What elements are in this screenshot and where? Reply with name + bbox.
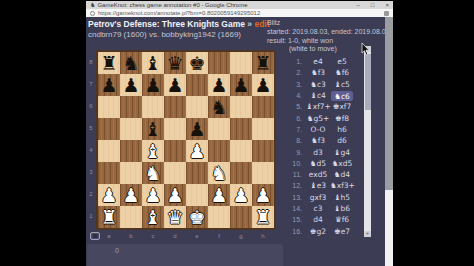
gameknot-favicon: ♞ (90, 2, 95, 8)
white-move[interactable]: d4 (306, 215, 330, 224)
piece-white-rook: ♜ (254, 206, 271, 228)
piece-black-pawn: ♟ (254, 74, 271, 96)
opening-title: Petrov's Defense: Three Knights Game » e… (88, 19, 270, 29)
black-move[interactable]: d6 (330, 136, 354, 145)
square-a4[interactable] (98, 140, 120, 162)
move-row-9: 9.d3♝g4 (284, 146, 362, 157)
square-c2[interactable]: ♟ (142, 184, 164, 206)
square-f8[interactable] (208, 52, 230, 74)
rank-label-7: 7 (87, 81, 95, 89)
square-c7[interactable]: ♟ (142, 74, 164, 96)
piece-black-bishop: ♝ (144, 52, 161, 74)
square-d1[interactable]: ♛ (164, 206, 186, 228)
black-move[interactable]: ♞c6 (330, 91, 354, 100)
black-move[interactable]: h6 (330, 125, 354, 134)
square-d8[interactable]: ♛ (164, 52, 186, 74)
square-h6[interactable] (252, 96, 274, 118)
square-g2[interactable]: ♟ (230, 184, 252, 206)
black-move[interactable]: ♝g4 (330, 148, 354, 157)
piece-black-knight: ♞ (210, 96, 227, 118)
white-move[interactable]: ♞c3 (306, 80, 330, 89)
move-number: 16. (284, 228, 306, 235)
square-b5[interactable] (120, 118, 142, 140)
black-move[interactable]: ♚xf7 (330, 102, 354, 111)
square-e4[interactable]: ♟ (186, 140, 208, 162)
square-d6[interactable] (164, 96, 186, 118)
page-scrollbar[interactable] (385, 17, 393, 266)
piece-white-queen: ♛ (166, 206, 183, 228)
move-number: 7. (284, 126, 306, 133)
square-c6[interactable] (142, 96, 164, 118)
move-number: 1. (284, 58, 306, 65)
browser-titlebar: ♞ GameKnot: chess game annotation #0 - G… (86, 1, 393, 9)
white-move[interactable]: gxf3 (306, 193, 330, 202)
square-e6[interactable] (186, 96, 208, 118)
move-row-3: 3.♞c3♝c5 (284, 79, 362, 90)
move-row-6: 6.♞g5+♚f8 (284, 112, 362, 123)
piece-white-pawn: ♟ (254, 184, 271, 206)
square-h4[interactable] (252, 140, 274, 162)
square-b1[interactable] (120, 206, 142, 228)
file-label-h: h (252, 233, 274, 241)
white-move[interactable]: ♝e3 (306, 181, 330, 190)
square-h2[interactable]: ♟ (252, 184, 274, 206)
white-move[interactable]: ♞f3 (306, 68, 330, 77)
move-number: 5. (284, 103, 306, 110)
square-a6[interactable] (98, 96, 120, 118)
piece-black-rook: ♜ (254, 52, 271, 74)
file-label-g: g (230, 233, 252, 241)
file-label-b: b (120, 233, 142, 241)
move-number: 2. (284, 69, 306, 76)
white-move[interactable]: ♝c4 (306, 91, 330, 100)
piece-white-rook: ♜ (100, 206, 117, 228)
rank-label-4: 4 (87, 147, 95, 155)
white-move[interactable]: O-O (306, 125, 330, 134)
piece-black-knight: ♞ (122, 52, 139, 74)
square-g4[interactable] (230, 140, 252, 162)
white-move[interactable]: e4 (306, 57, 330, 66)
piece-white-knight: ♞ (144, 162, 161, 184)
game-result: result: 1-0, white won (267, 36, 390, 45)
black-move[interactable]: e5 (330, 57, 354, 66)
move-row-14: 14.c3♝b6 (284, 203, 362, 214)
square-e7[interactable] (186, 74, 208, 96)
white-move[interactable]: ♞d5 (306, 159, 330, 168)
piece-white-pawn: ♟ (122, 184, 139, 206)
square-b3[interactable] (120, 162, 142, 184)
square-g5[interactable] (230, 118, 252, 140)
black-move[interactable]: ♚e7 (330, 227, 354, 236)
square-b7[interactable]: ♟ (120, 74, 142, 96)
scroll-down-arrow[interactable]: ▼ (364, 231, 371, 237)
square-h5[interactable] (252, 118, 274, 140)
square-h3[interactable] (252, 162, 274, 184)
game-type: Blitz (267, 18, 390, 27)
white-move[interactable]: ♝xf7+ (306, 102, 330, 111)
rank-label-5: 5 (87, 125, 95, 133)
piece-white-king: ♚ (188, 206, 205, 228)
black-move[interactable]: ♚f8 (330, 114, 354, 123)
piece-black-pawn: ♟ (100, 74, 117, 96)
page-scrollbar-thumb[interactable] (385, 17, 393, 190)
rank-label-8: 8 (87, 59, 95, 67)
move-number: 8. (284, 137, 306, 144)
square-a7[interactable]: ♟ (98, 74, 120, 96)
black-move[interactable]: ♛f6 (330, 215, 354, 224)
window-title: GameKnot: chess game annotation #0 - Goo… (97, 2, 345, 8)
piece-black-pawn: ♟ (232, 74, 249, 96)
move-number: 9. (284, 149, 306, 156)
opening-name: Petrov's Defense: Three Knights Game (88, 19, 245, 29)
to-move-label: (white to move) (289, 45, 337, 52)
square-d2[interactable]: ♟ (164, 184, 186, 206)
piece-white-pawn: ♟ (232, 184, 249, 206)
piece-white-pawn: ♟ (210, 184, 227, 206)
black-move[interactable]: ♞xf3+ (330, 181, 354, 190)
close-button[interactable]: × (385, 1, 389, 9)
white-move[interactable]: ♞f3 (306, 136, 330, 145)
square-b8[interactable]: ♞ (120, 52, 142, 74)
browser-window: ♞ GameKnot: chess game annotation #0 - G… (86, 1, 393, 266)
white-move[interactable]: d3 (306, 148, 330, 157)
square-a1[interactable]: ♜ (98, 206, 120, 228)
white-move[interactable]: ♚g2 (306, 227, 330, 236)
minimize-button[interactable]: – (357, 1, 360, 9)
move-list: 1.e4e52.♞f3♞f63.♞c3♝c54.♝c4♞c65.♝xf7+♚xf… (284, 56, 362, 237)
urlbar-icon[interactable] (384, 11, 389, 16)
square-g7[interactable]: ♟ (230, 74, 252, 96)
white-move[interactable]: ♞g5+ (306, 114, 330, 123)
move-row-7: 7.O-Oh6 (284, 124, 362, 135)
piece-black-pawn: ♟ (188, 118, 205, 140)
square-a3[interactable] (98, 162, 120, 184)
move-row-16: 16.♚g2♚e7 (284, 225, 362, 236)
mouse-cursor (361, 43, 370, 56)
piece-white-pawn: ♟ (100, 184, 117, 206)
move-number: 6. (284, 115, 306, 122)
square-c1[interactable]: ♝ (142, 206, 164, 228)
square-g8[interactable] (230, 52, 252, 74)
move-row-2: 2.♞f3♞f6 (284, 67, 362, 78)
move-number: 10. (284, 160, 306, 167)
black-move[interactable]: ♝c5 (330, 80, 354, 89)
screenshot-stage: ♞ GameKnot: chess game annotation #0 - G… (0, 0, 474, 266)
square-d4[interactable] (164, 140, 186, 162)
piece-white-bishop: ♝ (144, 206, 161, 228)
square-c8[interactable]: ♝ (142, 52, 164, 74)
square-a2[interactable]: ♟ (98, 184, 120, 206)
piece-white-pawn: ♟ (144, 184, 161, 206)
square-d5[interactable] (164, 118, 186, 140)
white-move[interactable]: exd5 (306, 170, 330, 179)
square-e8[interactable]: ♚ (186, 52, 208, 74)
piece-black-pawn: ♟ (210, 74, 227, 96)
square-h7[interactable]: ♟ (252, 74, 274, 96)
move-number: 15. (284, 216, 306, 223)
square-a5[interactable] (98, 118, 120, 140)
file-label-a: a (98, 233, 120, 241)
square-c3[interactable]: ♞ (142, 162, 164, 184)
square-c5[interactable]: ♝ (142, 118, 164, 140)
square-h1[interactable]: ♜ (252, 206, 274, 228)
move-row-5: 5.♝xf7+♚xf7 (284, 101, 362, 112)
rank-label-1: 1 (87, 213, 95, 221)
square-g3[interactable] (230, 162, 252, 184)
bottom-panel: 0 (87, 244, 283, 266)
move-row-11: 11.exd5♞d4 (284, 169, 362, 180)
piece-black-bishop: ♝ (144, 118, 161, 140)
square-a8[interactable]: ♜ (98, 52, 120, 74)
piece-black-pawn: ♟ (144, 74, 161, 96)
square-f7[interactable]: ♟ (208, 74, 230, 96)
chess-board: ♜♞♝♛♚♜♟♟♟♟♟♟♟♞♝♟♝♟♞♞♟♟♟♟♟♟♟♜♝♛♚♜ (98, 52, 274, 228)
square-b2[interactable]: ♟ (120, 184, 142, 206)
counter-value: 0 (115, 247, 119, 254)
rank-label-3: 3 (87, 169, 95, 177)
square-g1[interactable] (230, 206, 252, 228)
move-number: 11. (284, 171, 306, 178)
square-d3[interactable] (164, 162, 186, 184)
square-f3[interactable]: ♞ (208, 162, 230, 184)
square-f4[interactable] (208, 140, 230, 162)
move-row-4: 4.♝c4♞c6 (284, 90, 362, 101)
move-number: 12. (284, 182, 306, 189)
black-move[interactable]: ♞d4 (330, 170, 354, 179)
square-d7[interactable]: ♟ (164, 74, 186, 96)
piece-black-pawn: ♟ (122, 74, 139, 96)
file-label-e: e (186, 233, 208, 241)
white-move[interactable]: c3 (306, 204, 330, 213)
square-e1[interactable]: ♚ (186, 206, 208, 228)
square-h8[interactable]: ♜ (252, 52, 274, 74)
square-c4[interactable]: ♝ (142, 140, 164, 162)
browser-urlbar: https://gameknot.com/annotate.pl?bm=0.80… (86, 9, 393, 17)
game-dates: started: 2019.08.03, ended: 2019.08.03 (267, 27, 390, 36)
piece-black-rook: ♜ (100, 52, 117, 74)
move-row-8: 8.♞f3d6 (284, 135, 362, 146)
move-number: 14. (284, 205, 306, 212)
chess-board-frame: ♜♞♝♛♚♜♟♟♟♟♟♟♟♞♝♟♝♟♞♞♟♟♟♟♟♟♟♜♝♛♚♜ (96, 50, 276, 230)
move-row-15: 15.d4♛f6 (284, 214, 362, 225)
black-move[interactable]: ♞f6 (330, 68, 354, 77)
game-info: Blitz started: 2019.08.03, ended: 2019.0… (267, 18, 390, 45)
square-g6[interactable] (230, 96, 252, 118)
square-f1[interactable] (208, 206, 230, 228)
square-e2[interactable] (186, 184, 208, 206)
piece-black-pawn: ♟ (166, 74, 183, 96)
separator: » (247, 19, 252, 29)
square-e5[interactable]: ♟ (186, 118, 208, 140)
piece-black-king: ♚ (188, 52, 205, 74)
move-row-10: 10.♞d5♞xd5 (284, 158, 362, 169)
black-move[interactable]: ♝b6 (330, 204, 354, 213)
movelist-scrollbar[interactable]: ▲ ▼ (364, 46, 371, 237)
rank-label-6: 6 (87, 103, 95, 111)
piece-white-pawn: ♟ (188, 140, 205, 162)
move-row-12: 12.♝e3♞xf3+ (284, 180, 362, 191)
piece-white-bishop: ♝ (144, 140, 161, 162)
url-text[interactable]: https://gameknot.com/annotate.pl?bm=0.80… (98, 10, 384, 16)
move-number: 4. (284, 92, 306, 99)
black-move[interactable]: ♞xd5 (330, 159, 354, 168)
piece-white-pawn: ♟ (166, 184, 183, 206)
move-number: 3. (284, 81, 306, 88)
black-move[interactable]: ♝h5 (330, 193, 354, 202)
piece-white-knight: ♞ (210, 162, 227, 184)
square-f6[interactable]: ♞ (208, 96, 230, 118)
rank-label-2: 2 (87, 191, 95, 199)
square-f2[interactable]: ♟ (208, 184, 230, 206)
movelist-scrollbar-thumb[interactable] (365, 54, 371, 110)
move-row-1: 1.e4e5 (284, 56, 362, 67)
move-number: 13. (284, 194, 306, 201)
square-f5[interactable] (208, 118, 230, 140)
game-header: Petrov's Defense: Three Knights Game » e… (88, 19, 270, 39)
piece-black-queen: ♛ (166, 52, 183, 74)
file-label-d: d (164, 233, 186, 241)
site-info-icon[interactable] (90, 11, 95, 16)
maximize-button[interactable]: □ (371, 1, 375, 9)
players-line: cndbrn79 (1600) vs. bobbyking1942 (1669) (88, 30, 270, 39)
file-label-c: c (142, 233, 164, 241)
file-label-f: f (208, 233, 230, 241)
square-e3[interactable] (186, 162, 208, 184)
move-row-13: 13.gxf3♝h5 (284, 192, 362, 203)
page-content: Petrov's Defense: Three Knights Game » e… (86, 17, 393, 266)
square-b6[interactable] (120, 96, 142, 118)
square-b4[interactable] (120, 140, 142, 162)
